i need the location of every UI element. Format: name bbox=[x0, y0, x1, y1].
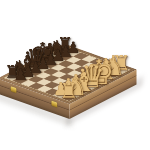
piece-black-pawn[interactable]: ♟ bbox=[14, 68, 28, 84]
chess-set-scene: ♜♞♝♛♚♝♞♜♟♟♟♟♟♟♟♟♟♟♟♟♟♟♟♟♜♞♝♛♚♝♞♜ bbox=[0, 0, 150, 150]
piece-white-rook[interactable]: ♜ bbox=[60, 81, 79, 102]
pieces-layer: ♜♞♝♛♚♝♞♜♟♟♟♟♟♟♟♟♟♟♟♟♟♟♟♟♜♞♝♛♚♝♞♜ bbox=[0, 0, 150, 150]
